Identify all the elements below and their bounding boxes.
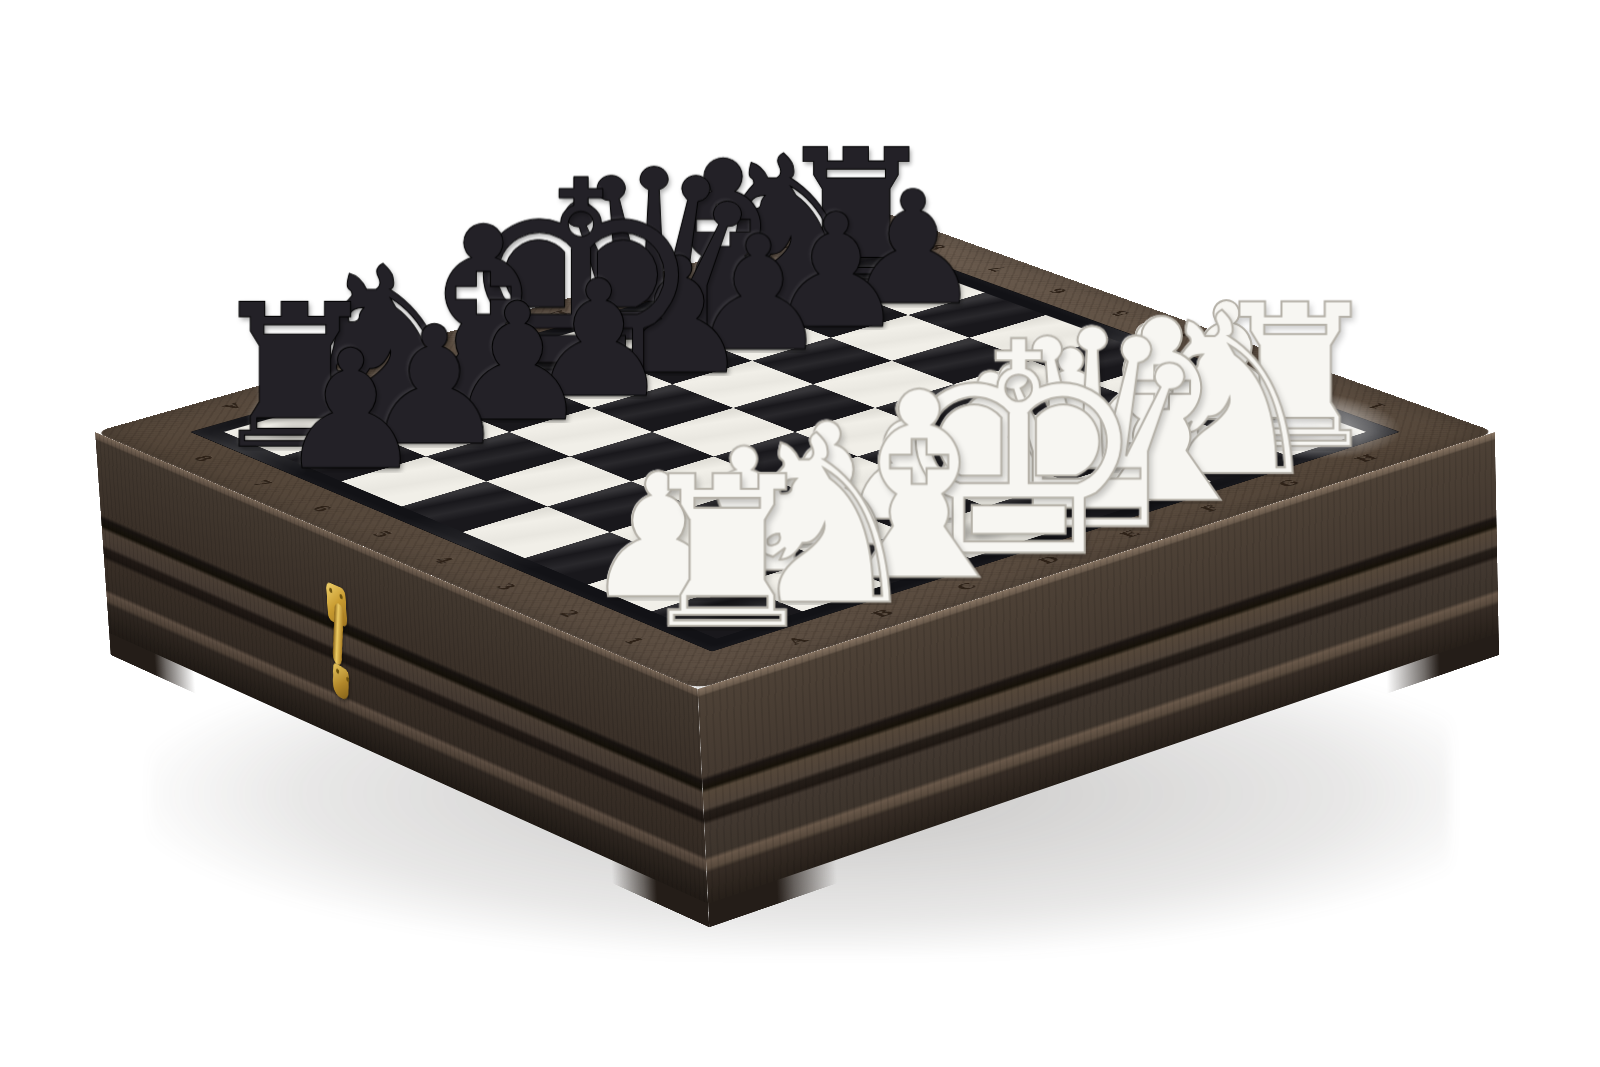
clasp-arm <box>333 601 344 667</box>
clasp-catch-plate <box>333 661 349 702</box>
photo-stage: AABBCCDDEEFFGGHH1122334455667788♜♞♝♚♛♝♞♜… <box>0 0 1600 1067</box>
brass-clasp <box>323 580 354 708</box>
